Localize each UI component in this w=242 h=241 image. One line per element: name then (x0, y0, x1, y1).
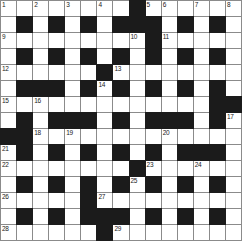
clue-number-4: 4 (98, 1, 101, 9)
white-cell-r12-c7[interactable] (97, 177, 112, 192)
black-cell-r2-c4 (49, 17, 64, 32)
white-cell-r11-c2[interactable] (17, 161, 32, 176)
black-cell-r4-c4 (49, 49, 64, 64)
white-cell-r8-c9[interactable] (130, 113, 145, 128)
white-cell-r1-c15[interactable]: 8 (226, 1, 241, 16)
white-cell-r6-c15[interactable] (226, 81, 241, 96)
clue-number-24: 24 (195, 161, 202, 169)
white-cell-r8-c7[interactable] (97, 113, 112, 128)
white-cell-r3-c9[interactable]: 10 (130, 33, 145, 48)
white-cell-r1-c10[interactable]: 5 (146, 1, 161, 16)
black-cell-r2-c2 (17, 17, 32, 32)
black-cell-r14-c12 (178, 209, 193, 224)
white-cell-r3-c7[interactable] (97, 33, 112, 48)
black-cell-r6-c4 (49, 81, 64, 96)
black-cell-r10-c14 (210, 145, 225, 160)
white-cell-r4-c3[interactable] (33, 49, 48, 64)
clue-number-5: 5 (147, 1, 150, 9)
black-cell-r2-c14 (210, 17, 225, 32)
white-cell-r12-c11[interactable] (162, 177, 177, 192)
white-cell-r5-c11[interactable] (162, 65, 177, 80)
white-cell-r10-c15[interactable] (226, 145, 241, 160)
clue-number-17: 17 (227, 113, 234, 121)
black-cell-r11-c9 (130, 161, 145, 176)
white-cell-r4-c1[interactable] (1, 49, 16, 64)
white-cell-r9-c5[interactable]: 19 (65, 129, 80, 144)
white-cell-r14-c9[interactable] (130, 209, 145, 224)
white-cell-r5-c6[interactable] (81, 65, 96, 80)
clue-number-10: 10 (131, 33, 138, 41)
white-cell-r14-c13[interactable] (194, 209, 209, 224)
crossword-grid: 1234567891011121314151617181920212223242… (0, 0, 242, 241)
white-cell-r1-c7[interactable]: 4 (97, 1, 112, 16)
black-cell-r5-c7 (97, 65, 112, 80)
white-cell-r1-c1[interactable]: 1 (1, 1, 16, 16)
white-cell-r6-c1[interactable] (1, 81, 16, 96)
white-cell-r7-c2[interactable] (17, 97, 32, 112)
white-cell-r4-c11[interactable] (162, 49, 177, 64)
clue-number-27: 27 (98, 193, 105, 201)
black-cell-r15-c7 (97, 225, 112, 240)
black-cell-r6-c14 (210, 81, 225, 96)
black-cell-r8-c10 (146, 113, 161, 128)
white-cell-r5-c1[interactable]: 12 (1, 65, 16, 80)
black-cell-r10-c12 (178, 145, 193, 160)
white-cell-r11-c11[interactable] (162, 161, 177, 176)
white-cell-r15-c13[interactable] (194, 225, 209, 240)
white-cell-r12-c9[interactable]: 25 (130, 177, 145, 192)
white-cell-r7-c13[interactable] (194, 97, 209, 112)
white-cell-r3-c1[interactable]: 9 (1, 33, 16, 48)
white-cell-r5-c8[interactable]: 13 (113, 65, 128, 80)
black-cell-r8-c6 (81, 113, 96, 128)
black-cell-r8-c12 (178, 113, 193, 128)
white-cell-r7-c7[interactable] (97, 97, 112, 112)
white-cell-r13-c15[interactable] (226, 193, 241, 208)
white-cell-r13-c1[interactable]: 26 (1, 193, 16, 208)
black-cell-r9-c2 (17, 129, 32, 144)
black-cell-r2-c8 (113, 17, 128, 32)
clue-number-7: 7 (195, 1, 198, 9)
white-cell-r1-c12[interactable] (178, 1, 193, 16)
black-cell-r10-c6 (81, 145, 96, 160)
white-cell-r5-c15[interactable] (226, 65, 241, 80)
clue-number-2: 2 (34, 1, 37, 9)
white-cell-r13-c14[interactable] (210, 193, 225, 208)
white-cell-r6-c13[interactable] (194, 81, 209, 96)
white-cell-r14-c15[interactable] (226, 209, 241, 224)
black-cell-r8-c8 (113, 113, 128, 128)
clue-number-16: 16 (34, 97, 41, 105)
white-cell-r2-c3[interactable] (33, 17, 48, 32)
clue-number-3: 3 (66, 1, 69, 9)
white-cell-r9-c9[interactable] (130, 129, 145, 144)
white-cell-r7-c1[interactable]: 15 (1, 97, 16, 112)
clue-number-20: 20 (163, 129, 170, 137)
white-cell-r5-c4[interactable] (49, 65, 64, 80)
black-cell-r10-c8 (113, 145, 128, 160)
white-cell-r9-c7[interactable] (97, 129, 112, 144)
black-cell-r14-c4 (49, 209, 64, 224)
white-cell-r9-c4[interactable] (49, 129, 64, 144)
white-cell-r12-c1[interactable] (1, 177, 16, 192)
black-cell-r12-c12 (178, 177, 193, 192)
white-cell-r2-c11[interactable] (162, 17, 177, 32)
white-cell-r13-c13[interactable] (194, 193, 209, 208)
white-cell-r3-c5[interactable] (65, 33, 80, 48)
white-cell-r1-c3[interactable]: 2 (33, 1, 48, 16)
white-cell-r8-c1[interactable] (1, 113, 16, 128)
white-cell-r11-c10[interactable]: 23 (146, 161, 161, 176)
white-cell-r3-c14[interactable] (210, 33, 225, 48)
clue-number-1: 1 (2, 1, 5, 9)
black-cell-r13-c6 (81, 193, 96, 208)
black-cell-r6-c12 (178, 81, 193, 96)
black-cell-r6-c3 (33, 81, 48, 96)
clue-number-15: 15 (2, 97, 9, 105)
white-cell-r15-c2[interactable] (17, 225, 32, 240)
white-cell-r15-c5[interactable] (65, 225, 80, 240)
white-cell-r3-c8[interactable] (113, 33, 128, 48)
black-cell-r10-c10 (146, 145, 161, 160)
white-cell-r13-c5[interactable] (65, 193, 80, 208)
clue-number-26: 26 (2, 193, 9, 201)
white-cell-r6-c5[interactable] (65, 81, 80, 96)
white-cell-r1-c6[interactable] (81, 1, 96, 16)
black-cell-r6-c10 (146, 81, 161, 96)
black-cell-r4-c12 (178, 49, 193, 64)
white-cell-r12-c15[interactable] (226, 177, 241, 192)
black-cell-r2-c12 (178, 17, 193, 32)
black-cell-r14-c8 (113, 209, 128, 224)
black-cell-r2-c9 (130, 17, 145, 32)
clue-number-22: 22 (2, 161, 9, 169)
clue-number-12: 12 (2, 65, 9, 73)
white-cell-r1-c4[interactable] (49, 1, 64, 16)
white-cell-r11-c3[interactable] (33, 161, 48, 176)
white-cell-r5-c14[interactable] (210, 65, 225, 80)
black-cell-r7-c14 (210, 97, 225, 112)
white-cell-r11-c13[interactable]: 24 (194, 161, 209, 176)
white-cell-r7-c4[interactable] (49, 97, 64, 112)
white-cell-r11-c14[interactable] (210, 161, 225, 176)
white-cell-r9-c8[interactable] (113, 129, 128, 144)
black-cell-r14-c7 (97, 209, 112, 224)
white-cell-r10-c5[interactable] (65, 145, 80, 160)
black-cell-r6-c2 (17, 81, 32, 96)
white-cell-r2-c15[interactable] (226, 17, 241, 32)
white-cell-r5-c9[interactable] (130, 65, 145, 80)
white-cell-r9-c13[interactable] (194, 129, 209, 144)
black-cell-r7-c15 (226, 97, 241, 112)
clue-number-21: 21 (2, 145, 9, 153)
white-cell-r1-c8[interactable] (113, 1, 128, 16)
white-cell-r4-c9[interactable] (130, 49, 145, 64)
white-cell-r1-c2[interactable] (17, 1, 32, 16)
white-cell-r5-c10[interactable] (146, 65, 161, 80)
white-cell-r3-c6[interactable] (81, 33, 96, 48)
white-cell-r7-c8[interactable] (113, 97, 128, 112)
black-cell-r2-c6 (81, 17, 96, 32)
white-cell-r14-c1[interactable] (1, 209, 16, 224)
white-cell-r7-c3[interactable]: 16 (33, 97, 48, 112)
white-cell-r7-c6[interactable] (81, 97, 96, 112)
white-cell-r11-c4[interactable] (49, 161, 64, 176)
white-cell-r2-c7[interactable] (97, 17, 112, 32)
white-cell-r15-c1[interactable]: 28 (1, 225, 16, 240)
white-cell-r11-c12[interactable] (178, 161, 193, 176)
white-cell-r15-c6[interactable] (81, 225, 96, 240)
white-cell-r1-c13[interactable]: 7 (194, 1, 209, 16)
white-cell-r9-c6[interactable] (81, 129, 96, 144)
white-cell-r8-c3[interactable] (33, 113, 48, 128)
black-cell-r12-c14 (210, 177, 225, 192)
white-cell-r9-c12[interactable] (178, 129, 193, 144)
clue-number-14: 14 (98, 81, 105, 89)
clue-number-23: 23 (147, 161, 154, 169)
white-cell-r7-c12[interactable] (178, 97, 193, 112)
black-cell-r2-c10 (146, 17, 161, 32)
black-cell-r12-c8 (113, 177, 128, 192)
black-cell-r14-c2 (17, 209, 32, 224)
white-cell-r12-c13[interactable] (194, 177, 209, 192)
white-cell-r7-c10[interactable] (146, 97, 161, 112)
clue-number-6: 6 (163, 1, 166, 9)
black-cell-r8-c4 (49, 113, 64, 128)
white-cell-r13-c4[interactable] (49, 193, 64, 208)
black-cell-r6-c8 (113, 81, 128, 96)
white-cell-r9-c11[interactable]: 20 (162, 129, 177, 144)
white-cell-r4-c15[interactable] (226, 49, 241, 64)
black-cell-r10-c4 (49, 145, 64, 160)
white-cell-r7-c11[interactable] (162, 97, 177, 112)
white-cell-r3-c4[interactable] (49, 33, 64, 48)
white-cell-r2-c5[interactable] (65, 17, 80, 32)
clue-number-19: 19 (66, 129, 73, 137)
white-cell-r15-c14[interactable] (210, 225, 225, 240)
white-cell-r15-c11[interactable] (162, 225, 177, 240)
white-cell-r10-c3[interactable] (33, 145, 48, 160)
white-cell-r14-c3[interactable] (33, 209, 48, 224)
black-cell-r14-c14 (210, 209, 225, 224)
white-cell-r3-c2[interactable] (17, 33, 32, 48)
clue-number-18: 18 (34, 129, 41, 137)
white-cell-r11-c8[interactable] (113, 161, 128, 176)
white-cell-r11-c5[interactable] (65, 161, 80, 176)
white-cell-r15-c15[interactable] (226, 225, 241, 240)
white-cell-r5-c13[interactable] (194, 65, 209, 80)
clue-number-8: 8 (227, 1, 230, 9)
black-cell-r8-c5 (65, 113, 80, 128)
black-cell-r3-c10 (146, 33, 161, 48)
black-cell-r4-c14 (210, 49, 225, 64)
white-cell-r3-c12[interactable] (178, 33, 193, 48)
black-cell-r10-c2 (17, 145, 32, 160)
white-cell-r15-c10[interactable] (146, 225, 161, 240)
white-cell-r11-c7[interactable] (97, 161, 112, 176)
white-cell-r6-c11[interactable] (162, 81, 177, 96)
white-cell-r15-c12[interactable] (178, 225, 193, 240)
white-cell-r3-c3[interactable] (33, 33, 48, 48)
white-cell-r13-c2[interactable] (17, 193, 32, 208)
black-cell-r8-c2 (17, 113, 32, 128)
white-cell-r4-c13[interactable] (194, 49, 209, 64)
white-cell-r13-c8[interactable] (113, 193, 128, 208)
white-cell-r13-c7[interactable]: 27 (97, 193, 112, 208)
white-cell-r13-c9[interactable] (130, 193, 145, 208)
clue-number-13: 13 (114, 65, 121, 73)
white-cell-r1-c5[interactable]: 3 (65, 1, 80, 16)
black-cell-r14-c6 (81, 209, 96, 224)
white-cell-r10-c7[interactable] (97, 145, 112, 160)
white-cell-r10-c9[interactable] (130, 145, 145, 160)
white-cell-r13-c3[interactable] (33, 193, 48, 208)
white-cell-r10-c11[interactable] (162, 145, 177, 160)
white-cell-r5-c5[interactable] (65, 65, 80, 80)
black-cell-r4-c10 (146, 49, 161, 64)
white-cell-r9-c3[interactable]: 18 (33, 129, 48, 144)
white-cell-r9-c14[interactable] (210, 129, 225, 144)
black-cell-r14-c10 (146, 209, 161, 224)
clue-number-29: 29 (114, 225, 121, 233)
clue-number-28: 28 (2, 225, 9, 233)
black-cell-r12-c4 (49, 177, 64, 192)
white-cell-r3-c15[interactable] (226, 33, 241, 48)
white-cell-r13-c10[interactable] (146, 193, 161, 208)
white-cell-r2-c13[interactable] (194, 17, 209, 32)
black-cell-r6-c6 (81, 81, 96, 96)
black-cell-r12-c6 (81, 177, 96, 192)
white-cell-r8-c13[interactable] (194, 113, 209, 128)
white-cell-r12-c3[interactable] (33, 177, 48, 192)
clue-number-9: 9 (2, 33, 5, 41)
white-cell-r6-c9[interactable] (130, 81, 145, 96)
white-cell-r5-c3[interactable] (33, 65, 48, 80)
black-cell-r8-c14 (210, 113, 225, 128)
white-cell-r15-c8[interactable]: 29 (113, 225, 128, 240)
white-cell-r14-c11[interactable] (162, 209, 177, 224)
white-cell-r7-c9[interactable] (130, 97, 145, 112)
black-cell-r12-c10 (146, 177, 161, 192)
black-cell-r9-c1 (1, 129, 16, 144)
white-cell-r15-c3[interactable] (33, 225, 48, 240)
white-cell-r4-c7[interactable] (97, 49, 112, 64)
white-cell-r3-c11[interactable]: 11 (162, 33, 177, 48)
black-cell-r4-c2 (17, 49, 32, 64)
white-cell-r13-c12[interactable] (178, 193, 193, 208)
white-cell-r3-c13[interactable] (194, 33, 209, 48)
black-cell-r10-c13 (194, 145, 209, 160)
white-cell-r15-c9[interactable] (130, 225, 145, 240)
clue-number-25: 25 (131, 177, 138, 185)
white-cell-r11-c1[interactable]: 22 (1, 161, 16, 176)
black-cell-r1-c9 (130, 1, 145, 16)
clue-number-11: 11 (163, 33, 169, 41)
white-cell-r12-c5[interactable] (65, 177, 80, 192)
white-cell-r15-c4[interactable] (49, 225, 64, 240)
white-cell-r2-c1[interactable] (1, 17, 16, 32)
white-cell-r7-c5[interactable] (65, 97, 80, 112)
white-cell-r11-c15[interactable] (226, 161, 241, 176)
white-cell-r5-c12[interactable] (178, 65, 193, 80)
white-cell-r13-c11[interactable] (162, 193, 177, 208)
black-cell-r4-c6 (81, 49, 96, 64)
white-cell-r10-c1[interactable]: 21 (1, 145, 16, 160)
white-cell-r8-c15[interactable]: 17 (226, 113, 241, 128)
white-cell-r5-c2[interactable] (17, 65, 32, 80)
black-cell-r12-c2 (17, 177, 32, 192)
white-cell-r11-c6[interactable] (81, 161, 96, 176)
white-cell-r4-c5[interactable] (65, 49, 80, 64)
white-cell-r9-c15[interactable] (226, 129, 241, 144)
white-cell-r1-c11[interactable]: 6 (162, 1, 177, 16)
black-cell-r4-c8 (113, 49, 128, 64)
black-cell-r8-c11 (162, 113, 177, 128)
white-cell-r6-c7[interactable]: 14 (97, 81, 112, 96)
white-cell-r1-c14[interactable] (210, 1, 225, 16)
white-cell-r14-c5[interactable] (65, 209, 80, 224)
white-cell-r9-c10[interactable] (146, 129, 161, 144)
crossword-board: 1234567891011121314151617181920212223242… (0, 0, 242, 241)
